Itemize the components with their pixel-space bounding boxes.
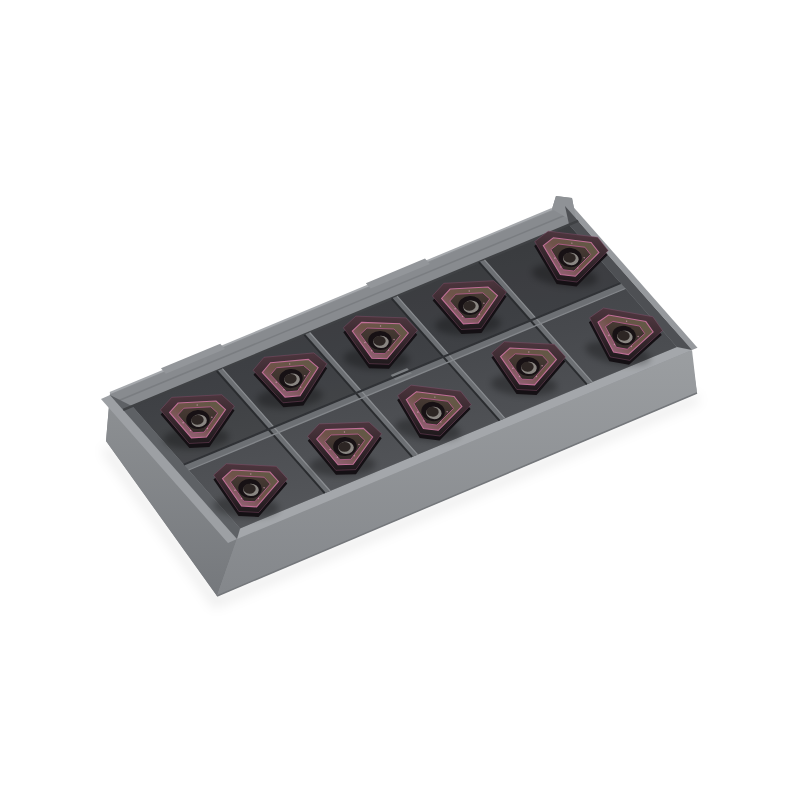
insert-r2c1 bbox=[212, 463, 289, 520]
insert-r1c3 bbox=[342, 316, 418, 372]
tray-photo-canvas bbox=[0, 0, 800, 800]
product-photo bbox=[0, 0, 800, 800]
insert-r2c2 bbox=[307, 422, 383, 478]
insert-r2c4 bbox=[490, 341, 567, 398]
